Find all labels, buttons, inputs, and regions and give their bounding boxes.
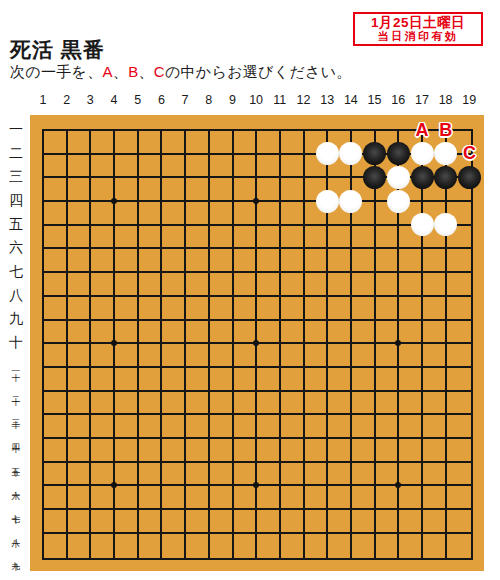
black-stone: [410, 166, 434, 190]
col-label: 16: [386, 92, 410, 108]
star-dot: [111, 482, 117, 488]
black-stone: [434, 166, 458, 190]
col-label: 6: [150, 92, 174, 108]
white-stone-glyph: [387, 166, 410, 189]
white-stone: [315, 142, 339, 166]
column-coordinates: 12345678910111213141516171819: [31, 92, 481, 108]
white-stone-glyph: [316, 190, 339, 213]
star-dot: [111, 340, 117, 346]
col-label: 13: [315, 92, 339, 108]
instruction-segment: B: [128, 63, 138, 80]
star-point: [244, 189, 268, 213]
row-label: 十九: [12, 544, 21, 568]
star-point: [244, 474, 268, 498]
star-point: [387, 331, 411, 355]
col-label: 5: [126, 92, 150, 108]
col-label: 14: [339, 92, 363, 108]
black-stone: [363, 166, 387, 190]
row-label: 六: [4, 237, 28, 261]
row-label: 十八: [12, 521, 21, 545]
board-points: ABC: [31, 118, 481, 568]
instruction-segment: 、: [113, 63, 128, 80]
instruction-segment: A: [103, 63, 113, 80]
white-stone: [387, 189, 411, 213]
star-dot: [253, 340, 259, 346]
white-stone: [434, 213, 458, 237]
row-label: 十二: [12, 379, 21, 403]
black-stone: [363, 142, 387, 166]
white-stone: [339, 189, 363, 213]
white-stone-glyph: [434, 213, 457, 236]
instruction-segment: 、: [138, 63, 153, 80]
white-stone-glyph: [411, 142, 434, 165]
col-label: 7: [173, 92, 197, 108]
black-stone-glyph: [363, 142, 386, 165]
row-label: 七: [4, 260, 28, 284]
col-label: 19: [457, 92, 481, 108]
white-stone-glyph: [434, 142, 457, 165]
white-stone: [315, 189, 339, 213]
star-point: [102, 474, 126, 498]
row-label: 五: [4, 213, 28, 237]
row-label: 二: [4, 142, 28, 166]
white-stone-glyph: [339, 142, 362, 165]
col-label: 2: [55, 92, 79, 108]
black-stone-glyph: [363, 166, 386, 189]
col-label: 11: [268, 92, 292, 108]
instruction-segment: の中からお選びください。: [165, 63, 352, 80]
col-label: 10: [244, 92, 268, 108]
row-label: 十七: [12, 497, 21, 521]
col-label: 9: [221, 92, 245, 108]
star-point: [102, 189, 126, 213]
black-stone-glyph: [434, 166, 457, 189]
row-label: 十四: [12, 426, 21, 450]
black-stone-glyph: [387, 142, 410, 165]
white-stone: [387, 166, 411, 190]
col-label: 8: [197, 92, 221, 108]
choice-label-a[interactable]: A: [410, 118, 434, 142]
white-stone-glyph: [316, 142, 339, 165]
col-label: 3: [78, 92, 102, 108]
instruction-segment: 次の一手を、: [10, 63, 103, 80]
col-label: 1: [31, 92, 55, 108]
col-label: 17: [410, 92, 434, 108]
row-label: 十一: [12, 355, 21, 379]
white-stone-glyph: [411, 213, 434, 236]
row-label: 八: [4, 284, 28, 308]
col-label: 4: [102, 92, 126, 108]
row-label: 四: [4, 189, 28, 213]
star-point: [387, 474, 411, 498]
star-dot: [253, 198, 259, 204]
deadline-date: 1月25日土曜日: [371, 15, 465, 31]
instruction-segment: C: [154, 63, 165, 80]
choice-label-b[interactable]: B: [434, 118, 458, 142]
star-point: [244, 331, 268, 355]
col-label: 15: [363, 92, 387, 108]
row-label: 十三: [12, 402, 21, 426]
star-dot: [253, 482, 259, 488]
white-stone: [410, 213, 434, 237]
white-stone-glyph: [339, 190, 362, 213]
white-stone-glyph: [387, 190, 410, 213]
row-label: 三: [4, 165, 28, 189]
row-label: 十: [4, 331, 28, 355]
row-label: 十六: [12, 473, 21, 497]
black-stone: [387, 142, 411, 166]
deadline-note: 当日消印有効: [378, 30, 459, 43]
white-stone: [410, 142, 434, 166]
instruction-text: 次の一手を、A、B、Cの中からお選びください。: [10, 63, 352, 82]
row-label: 一: [4, 118, 28, 142]
row-coordinates: 一二三四五六七八九十十一十二十三十四十五十六十七十八十九: [4, 118, 28, 568]
go-board: ABC: [30, 115, 484, 571]
white-stone: [339, 142, 363, 166]
star-dot: [395, 482, 401, 488]
choice-label-c[interactable]: C: [458, 142, 482, 166]
white-stone: [434, 142, 458, 166]
deadline-box: 1月25日土曜日 当日消印有効: [353, 12, 483, 46]
row-label: 十五: [12, 450, 21, 474]
page-title: 死活 黒番: [10, 36, 105, 64]
star-point: [102, 331, 126, 355]
col-label: 12: [292, 92, 316, 108]
black-stone-glyph: [458, 166, 481, 189]
black-stone-glyph: [411, 166, 434, 189]
star-dot: [395, 340, 401, 346]
star-dot: [111, 198, 117, 204]
col-label: 18: [434, 92, 458, 108]
black-stone: [458, 166, 482, 190]
row-label: 九: [4, 308, 28, 332]
